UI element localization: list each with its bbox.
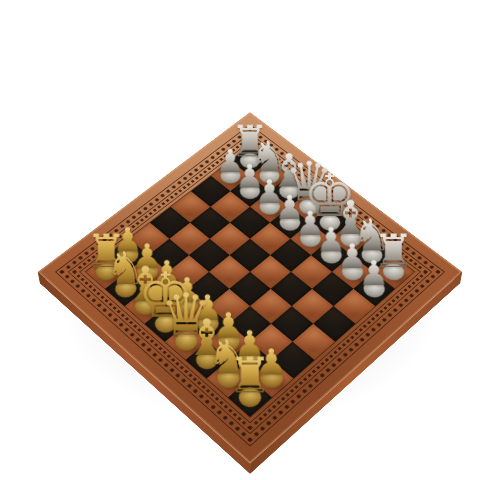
product-photo-scene: ♜♞♝♛♚♝♞♜♟♟♟♟♟♟♟♟♟♟♟♟♟♟♟♟♜♞♝♚♛♝♞♜ [0, 0, 480, 480]
piece-base-disc [170, 328, 201, 355]
piece-base-disc [213, 328, 244, 355]
